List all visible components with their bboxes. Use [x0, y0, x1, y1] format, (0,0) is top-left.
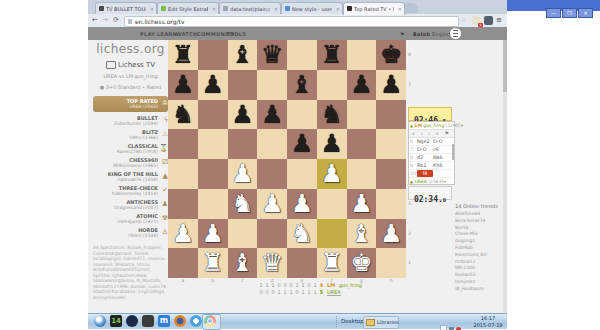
- black-knight: ♞: [168, 100, 198, 130]
- tab-title: Top Rated TV • lich…: [354, 6, 394, 12]
- tv-channel-bullet[interactable]: BULLETZuberbuhler (2594)ϟ: [93, 114, 168, 128]
- tray-icon-1[interactable]: [440, 325, 447, 330]
- square-e6[interactable]: [287, 100, 317, 130]
- black-clock: 02:46.5: [408, 107, 452, 121]
- square-h8[interactable]: ♚: [376, 40, 406, 70]
- white-pawn: ♟: [347, 189, 377, 219]
- square-f4[interactable]: ♟: [317, 159, 347, 189]
- square-e7[interactable]: ♝: [287, 70, 317, 100]
- channel-player: KarenZ780 (1918): [93, 149, 158, 154]
- channel-player: natevak76 (1658): [93, 177, 158, 182]
- tv-channel-blitz[interactable]: BLITZUMru (2366)♨: [93, 128, 168, 142]
- square-a5[interactable]: [168, 129, 198, 159]
- white-knight: ♞: [287, 219, 317, 249]
- back-button[interactable]: ←: [92, 16, 98, 24]
- score-row-black: 11100011014LM gus_fring: [258, 282, 362, 289]
- square-a8[interactable]: ♜: [168, 40, 198, 70]
- friend-name[interactable]: BorVa: [455, 225, 503, 232]
- square-c3[interactable]: ♞: [228, 189, 258, 219]
- square-a2[interactable]: ♟: [168, 219, 198, 249]
- white-pawn: ♟: [287, 189, 317, 219]
- browser-menu-icon[interactable]: ≡: [496, 16, 502, 24]
- rank-label-1: 1: [408, 248, 414, 278]
- forward-button[interactable]: →: [102, 16, 108, 24]
- file-label-a: a: [168, 278, 198, 284]
- score-player-name[interactable]: UREA: [327, 289, 341, 296]
- square-f3[interactable]: [317, 189, 347, 219]
- friend-name[interactable]: tomjedrz: [455, 279, 503, 286]
- square-d2[interactable]: [257, 219, 287, 249]
- white-pawn: ♟: [228, 159, 258, 189]
- white-king: ♚: [347, 248, 377, 278]
- nav-link-learn[interactable]: LEARN: [157, 31, 177, 37]
- online-friends-widget: 14 Online friends Alekhine64Bera-beras74…: [455, 203, 503, 293]
- url-bar[interactable]: en.lichess.org/tv: [124, 16, 459, 27]
- move-row-7: 7O-Oc6: [409, 146, 454, 154]
- square-f8[interactable]: ♜: [317, 40, 347, 70]
- square-c8[interactable]: ♝: [228, 40, 258, 70]
- square-c2[interactable]: [228, 219, 258, 249]
- tab-close-icon[interactable]: ✕: [398, 6, 402, 12]
- taskbar-clock[interactable]: 16:172015-07-19: [473, 315, 503, 328]
- bookmark-star-icon[interactable]: ☆: [460, 16, 466, 24]
- tv-channel-king-of-the-hill[interactable]: KING OF THE HILLnatevak76 (1658)▲: [93, 170, 168, 184]
- tab-close-icon[interactable]: ✕: [336, 6, 340, 12]
- friend-name[interactable]: Alekhine64: [455, 211, 503, 218]
- black-move[interactable]: Kh8: [433, 162, 449, 169]
- black-pawn: ♟: [347, 70, 377, 100]
- square-h2[interactable]: ♟: [376, 219, 406, 249]
- move-panel: ▲ LM gus_fring (2290)✦ « ‹ › » ⚑ 6Nge2O-…: [408, 121, 455, 185]
- channel-player: DragonLand (2007): [93, 205, 158, 210]
- page-scrollbar[interactable]: [503, 40, 507, 313]
- tv-channel-list: TOP RATEDUREA (2563)♔BULLETZuberbuhler (…: [93, 96, 168, 240]
- tournament-icon: ✦: [460, 123, 463, 128]
- sidebar: lichess.org Lichess TV UREA vs LM gus_fr…: [93, 40, 168, 300]
- black-pawn: ♟: [198, 70, 228, 100]
- tab-strip: TV BULLET TOUR!✕Edit Style ExtraBoa…✕dat…: [88, 0, 507, 14]
- white-pawn: ♟: [168, 219, 198, 249]
- friend-name[interactable]: W_Faulbaum: [455, 286, 503, 293]
- move-number: 7: [409, 146, 417, 153]
- minimize-button[interactable]: —: [546, 8, 561, 18]
- desktop-toolbar-label[interactable]: Desktop: [341, 318, 364, 324]
- square-d8[interactable]: ♛: [257, 40, 287, 70]
- square-f5[interactable]: ♟: [317, 129, 347, 159]
- tv-channel-antichess[interactable]: ANTICHESSDragonLand (2007)♟: [93, 198, 168, 212]
- black-king: ♚: [376, 40, 406, 70]
- tab-favicon: [99, 6, 104, 11]
- tv-channel-atomic[interactable]: ATOMICmeh4jump (2421)☢: [93, 212, 168, 226]
- rank-label-2: 2: [408, 219, 414, 249]
- black-bishop: ♝: [287, 70, 317, 100]
- square-h4[interactable]: [376, 159, 406, 189]
- channel-player: UMru (2366): [93, 135, 158, 140]
- square-g8[interactable]: [347, 40, 377, 70]
- chess-board: ♜♝♛♜♚♟♟♝♟♟♞♟♟♞♟♟♟♟♞♟♟♟♟♟♞♝♟♜♝♛♜♚: [168, 40, 406, 278]
- square-d3[interactable]: ♟: [257, 189, 287, 219]
- browser-toolbar: ← → ⟳ en.lichess.org/tv ☆ 9 ≡: [88, 14, 507, 28]
- square-g4[interactable]: [347, 159, 377, 189]
- dark-app-icon[interactable]: [142, 315, 154, 327]
- square-g1[interactable]: ♚: [347, 248, 377, 278]
- channel-player: rfeleri (1548): [93, 233, 158, 238]
- tv-channel-classical[interactable]: CLASSICALKarenZ780 (1918)⌛: [93, 142, 168, 156]
- black-pawn: ♟: [168, 70, 198, 100]
- square-e8[interactable]: [287, 40, 317, 70]
- tab-close-icon[interactable]: ✕: [274, 6, 278, 12]
- black-rook: ♜: [317, 40, 347, 70]
- white-pawn: ♟: [257, 189, 287, 219]
- white-knight: ♞: [228, 189, 258, 219]
- square-a1[interactable]: [168, 248, 198, 278]
- url-text: en.lichess.org/tv: [135, 18, 184, 25]
- square-d6[interactable]: ♟: [257, 100, 287, 130]
- host-window-buttons: —❐✕: [546, 0, 594, 19]
- friend-name[interactable]: Ruslan53: [455, 272, 503, 279]
- black-move[interactable]: O-O: [433, 138, 449, 145]
- tab-title: Edit Style ExtraBoa…: [168, 6, 208, 12]
- move-number: 8: [409, 154, 417, 161]
- black-move[interactable]: Na6: [433, 154, 449, 161]
- friend-name[interactable]: Bera-beras74: [455, 218, 503, 225]
- nav-link-watch[interactable]: WATCH: [176, 31, 198, 37]
- square-c5[interactable]: [228, 129, 258, 159]
- screenshot-stage: —❐✕ TV BULLET TOUR!✕Edit Style ExtraBoa……: [0, 0, 600, 330]
- browser-globe-icon[interactable]: [94, 315, 106, 327]
- reload-button[interactable]: ⟳: [113, 16, 119, 24]
- nav-link-play[interactable]: PLAY: [140, 31, 155, 37]
- square-d1[interactable]: ♛: [257, 248, 287, 278]
- square-a3[interactable]: [168, 189, 198, 219]
- white-rook: ♜: [317, 248, 347, 278]
- square-b4[interactable]: [198, 159, 228, 189]
- square-a4[interactable]: [168, 159, 198, 189]
- lichess-tv-page: lichess.org Lichess TV UREA vs LM gus_fr…: [88, 40, 507, 313]
- square-d5[interactable]: [257, 129, 287, 159]
- move-number: 6: [409, 138, 417, 145]
- maxthon-icon[interactable]: m: [158, 315, 170, 327]
- channel-player: meh4jump (2421): [93, 219, 158, 224]
- tv-channel-horde[interactable]: HORDErfeleri (1548)♙: [93, 226, 168, 240]
- spectators-list: 44 Spectators: Bobek_hoppier, ColerandoJ…: [93, 245, 168, 300]
- tab-favicon: [223, 6, 228, 11]
- white-move[interactable]: f4: [417, 170, 433, 177]
- firefox-icon[interactable]: [174, 315, 186, 327]
- windows-taskbar: 14m Desktop Libraries 16:172015-07-19: [88, 313, 507, 329]
- black-knight: ♞: [317, 100, 347, 130]
- white-player-row[interactable]: ▲ UREA (2563)✦: [409, 178, 454, 185]
- adblock-extension-icon[interactable]: 9: [472, 16, 481, 25]
- move-number: 10: [409, 170, 417, 177]
- tab-title: TV BULLET TOUR!: [106, 6, 146, 12]
- square-g6[interactable]: [347, 100, 377, 130]
- tv-channel-top-rated[interactable]: TOP RATEDUREA (2563)♔: [93, 96, 168, 112]
- white-move[interactable]: d3: [417, 154, 433, 161]
- move-list-scrollbar[interactable]: [452, 144, 455, 160]
- host-window-titlebar: —❐✕: [492, 0, 600, 11]
- opera-icon[interactable]: [126, 315, 138, 327]
- white-pawn: ♟: [376, 219, 406, 249]
- channel-player: MrBormasov (2465): [93, 163, 158, 168]
- black-pawn: ♟: [287, 129, 317, 159]
- online-friends-heading: 14 Online friends: [455, 203, 503, 209]
- square-h5[interactable]: [376, 129, 406, 159]
- white-move[interactable]: O-O: [417, 146, 433, 153]
- square-e3[interactable]: ♟: [287, 189, 317, 219]
- taskbar-divider: [336, 316, 339, 327]
- matchup-label: UREA vs LM gus_fring: [93, 73, 168, 79]
- square-b2[interactable]: ♟: [198, 219, 228, 249]
- square-c1[interactable]: ♝: [228, 248, 258, 278]
- white-pawn: ♟: [198, 219, 228, 249]
- black-pawn: ♟: [257, 100, 287, 130]
- hourglass-icon: ⌛: [159, 144, 168, 152]
- black-pawn: ♟: [317, 129, 347, 159]
- maximize-button[interactable]: ❐: [562, 8, 577, 18]
- square-e2[interactable]: ♞: [287, 219, 317, 249]
- friend-name[interactable]: Chess-Mix: [455, 231, 503, 238]
- channel-player: hidenemesky (1814): [93, 191, 158, 196]
- rank-label-7: 7: [408, 70, 414, 100]
- black-bishop: ♝: [228, 40, 258, 70]
- square-h1[interactable]: [376, 248, 406, 278]
- challenge-icon[interactable]: ⚑: [400, 31, 405, 37]
- move-row-8: 8d3Na6: [409, 154, 454, 162]
- black-rook: ♜: [168, 40, 198, 70]
- square-d4[interactable]: [257, 159, 287, 189]
- lichess-tv-label: Lichess TV: [93, 61, 168, 69]
- square-f6[interactable]: ♞: [317, 100, 347, 130]
- white-bishop: ♝: [347, 219, 377, 249]
- new-tab-button[interactable]: [404, 3, 418, 13]
- black-pawn: ♟: [376, 70, 406, 100]
- white-move[interactable]: Rb1: [417, 162, 433, 169]
- friend-name[interactable]: FideRab: [455, 245, 503, 252]
- square-b3[interactable]: [198, 189, 228, 219]
- browser-window: TV BULLET TOUR!✕Edit Style ExtraBoa…✕dat…: [88, 0, 507, 328]
- square-h3[interactable]: [376, 189, 406, 219]
- move-row-6: 6Nge2O-O: [409, 138, 454, 146]
- rank-label-8: 8: [408, 40, 414, 70]
- white-bishop: ♝: [228, 248, 258, 278]
- close-button[interactable]: ✕: [578, 8, 593, 18]
- folder-icon: [366, 319, 375, 326]
- friend-name[interactable]: Hammond_B3: [455, 252, 503, 259]
- white-rook: ♜: [198, 248, 228, 278]
- white-clock: 02:34.0: [408, 186, 452, 200]
- friend-name[interactable]: dugong2: [455, 238, 503, 245]
- game-meta-label: ● 3+0 Standard • Rated: [93, 84, 168, 90]
- tab-favicon: [347, 6, 352, 11]
- lichess-logo[interactable]: lichess.org: [93, 42, 168, 56]
- square-e5[interactable]: ♟: [287, 129, 317, 159]
- tournament-icon: ✦: [443, 179, 446, 184]
- white-pawn: ♟: [317, 159, 347, 189]
- square-c6[interactable]: ♟: [228, 100, 258, 130]
- square-h6[interactable]: [376, 100, 406, 130]
- square-a6[interactable]: ♞: [168, 100, 198, 130]
- black-move[interactable]: c6: [433, 146, 449, 153]
- friend-name[interactable]: NN-2200: [455, 265, 503, 272]
- tv-channel-chess960[interactable]: CHESS960MrBormasov (2465)⚂: [93, 156, 168, 170]
- square-e1[interactable]: [287, 248, 317, 278]
- black-player-row[interactable]: ▲ LM gus_fring (2290)✦: [409, 122, 454, 129]
- safari-icon[interactable]: [190, 315, 202, 327]
- libraries-taskbar-button[interactable]: Libraries: [363, 316, 399, 329]
- channel-player: Zuberbuhler (2594): [93, 121, 158, 126]
- square-b5[interactable]: [198, 129, 228, 159]
- white-queen: ♛: [257, 248, 287, 278]
- channel-player: UREA (2563): [93, 104, 158, 109]
- move-row-10: 10f4: [409, 170, 454, 178]
- online-icon: ▲: [410, 123, 413, 128]
- black-pawn: ♟: [228, 100, 258, 130]
- page-icon: [128, 19, 132, 24]
- square-d7[interactable]: [257, 70, 287, 100]
- tab-favicon: [285, 6, 290, 11]
- square-f2[interactable]: [317, 219, 347, 249]
- square-f7[interactable]: [317, 70, 347, 100]
- white-move[interactable]: Nge2: [417, 138, 433, 145]
- square-c7[interactable]: [228, 70, 258, 100]
- file-label-b: b: [198, 278, 228, 284]
- square-e4[interactable]: [287, 159, 317, 189]
- browser-tab[interactable]: Top Rated TV • lich…✕: [343, 2, 405, 15]
- score-row-white: 00011101115UREA: [258, 289, 362, 296]
- square-b1[interactable]: ♜: [198, 248, 228, 278]
- tab-close-icon[interactable]: ✕: [212, 6, 216, 12]
- tv-icon: [106, 61, 116, 69]
- hamburger-menu-icon[interactable]: [450, 28, 461, 39]
- tournament-scoreboard: 11100011014LM gus_fring00011101115UREA: [258, 282, 362, 296]
- square-b7[interactable]: ♟: [198, 70, 228, 100]
- site-header: PLAYLEARNWATCHCOMMUNITYTOOLS ⚑ Baloh Eng…: [88, 27, 507, 40]
- square-g3[interactable]: ♟: [347, 189, 377, 219]
- tab-favicon: [161, 6, 166, 11]
- move-list: 6Nge2O-O7O-Oc68d3Na69Rb1Kh810f4: [409, 138, 454, 178]
- username-link[interactable]: Baloh: [413, 31, 430, 37]
- extension-icon[interactable]: [484, 16, 493, 25]
- square-b6[interactable]: [198, 100, 228, 130]
- square-c4[interactable]: ♟: [228, 159, 258, 189]
- square-f1[interactable]: ♜: [317, 248, 347, 278]
- tab-close-icon[interactable]: ✕: [150, 6, 154, 12]
- tab-title: New style - userstyl…: [292, 6, 332, 12]
- score-player-name[interactable]: gus_fring: [339, 282, 362, 288]
- tab-title: data:text/plain;chars…: [230, 6, 270, 12]
- tv-channel-three-check[interactable]: THREE-CHECKhidenemesky (1814)✓: [93, 184, 168, 198]
- square-g2[interactable]: ♝: [347, 219, 377, 249]
- black-queen: ♛: [257, 40, 287, 70]
- online-icon: ▲: [410, 179, 413, 184]
- black-move[interactable]: [433, 170, 449, 177]
- active-taskbar-highlight: [202, 314, 221, 330]
- move-nav-controls[interactable]: « ‹ › » ⚑: [409, 129, 454, 138]
- square-g5[interactable]: [347, 129, 377, 159]
- system-tray: [440, 318, 463, 330]
- file-label-c: c: [228, 278, 258, 284]
- square-a7[interactable]: ♟: [168, 70, 198, 100]
- friend-name[interactable]: mrboa12: [455, 259, 503, 266]
- square-h7[interactable]: ♟: [376, 70, 406, 100]
- nav-link-tools[interactable]: TOOLS: [226, 31, 246, 37]
- calendar-icon[interactable]: 14: [110, 315, 122, 327]
- square-g7[interactable]: ♟: [347, 70, 377, 100]
- square-b8[interactable]: [198, 40, 228, 70]
- move-number: 9: [409, 162, 417, 169]
- move-row-9: 9Rb1Kh8: [409, 162, 454, 170]
- file-label-h: h: [376, 278, 406, 284]
